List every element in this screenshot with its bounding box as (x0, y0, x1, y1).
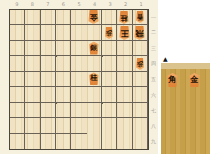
board-cell[interactable] (133, 118, 148, 133)
board-cell[interactable] (102, 72, 117, 87)
board-cell[interactable] (71, 87, 86, 102)
shogi-piece-gote[interactable]: 香 (135, 11, 145, 23)
board-cell[interactable] (25, 41, 40, 56)
rank-coordinate-labels: 一二三四五六七八九 (149, 9, 158, 149)
sente-indicator-icon: ▲ (163, 56, 168, 62)
board-cell[interactable] (25, 87, 40, 102)
rank-label: 九 (149, 133, 158, 149)
board-cell[interactable]: 香 (133, 10, 148, 25)
board-cell[interactable] (56, 87, 71, 102)
board-cell[interactable] (41, 118, 56, 133)
board-cell[interactable] (71, 56, 86, 71)
board-cell[interactable] (10, 87, 25, 102)
shogi-piece-gote[interactable]: 歩 (135, 58, 145, 70)
board-cell[interactable] (10, 10, 25, 25)
board-cell[interactable] (102, 103, 117, 118)
board-cell[interactable] (56, 56, 71, 71)
board-cell[interactable]: 銀 (87, 41, 102, 56)
board-cell[interactable] (102, 87, 117, 102)
shogi-board: 金桂香歩王飛銀歩桂 (9, 9, 149, 150)
board-cell[interactable] (87, 56, 102, 71)
board-cell[interactable]: 王 (117, 25, 132, 40)
board-cell[interactable] (71, 134, 86, 149)
board-cell[interactable] (71, 25, 86, 40)
board-cell[interactable] (25, 25, 40, 40)
hand-piece[interactable]: 角 (166, 73, 179, 87)
board-cell[interactable] (41, 10, 56, 25)
board-cell[interactable] (41, 25, 56, 40)
board-cell[interactable] (10, 103, 25, 118)
hand-piece[interactable]: 金 (188, 73, 201, 87)
shogi-piece-gote[interactable]: 桂 (118, 11, 130, 24)
board-cell[interactable] (56, 25, 71, 40)
board-cell[interactable] (133, 87, 148, 102)
board-cell[interactable] (133, 134, 148, 149)
board-cell[interactable]: 歩 (102, 25, 117, 40)
board-cell[interactable] (71, 72, 86, 87)
board-cell[interactable]: 桂 (117, 10, 132, 25)
board-cell[interactable] (25, 103, 40, 118)
board-cell[interactable] (102, 118, 117, 133)
board-cell[interactable] (41, 134, 56, 149)
file-label: 9 (9, 0, 25, 9)
board-cell[interactable] (10, 118, 25, 133)
board-cell[interactable] (41, 41, 56, 56)
board-panel: 987654321 一二三四五六七八九 金桂香歩王飛銀歩桂 (0, 0, 158, 154)
board-cell[interactable] (87, 25, 102, 40)
file-label: 8 (25, 0, 41, 9)
board-cell[interactable] (41, 103, 56, 118)
board-cell[interactable] (117, 134, 132, 149)
board-cell[interactable] (10, 56, 25, 71)
file-label: 3 (102, 0, 118, 9)
board-cell[interactable] (10, 72, 25, 87)
board-cell[interactable] (87, 134, 102, 149)
file-label: 2 (118, 0, 134, 9)
board-cell[interactable]: 桂 (87, 72, 102, 87)
board-cell[interactable] (102, 41, 117, 56)
shogi-piece-gote[interactable]: 王 (118, 26, 131, 40)
board-cell[interactable] (56, 41, 71, 56)
rank-label: 二 (149, 25, 158, 41)
board-cell[interactable] (56, 103, 71, 118)
board-cell[interactable]: 金 (87, 10, 102, 25)
board-cell[interactable] (87, 87, 102, 102)
rank-label: 五 (149, 71, 158, 87)
board-cell[interactable] (25, 134, 40, 149)
board-cell[interactable] (102, 134, 117, 149)
file-label: 1 (133, 0, 149, 9)
board-cell[interactable] (102, 56, 117, 71)
board-cell[interactable] (87, 103, 102, 118)
rank-label: 七 (149, 102, 158, 118)
board-cell[interactable] (117, 41, 132, 56)
shogi-piece-gote[interactable]: 金 (87, 10, 100, 24)
rank-label: 八 (149, 118, 158, 134)
file-label: 7 (40, 0, 56, 9)
board-cell[interactable] (133, 103, 148, 118)
board-cell[interactable] (25, 72, 40, 87)
rank-label: 三 (149, 40, 158, 56)
file-coordinate-labels: 987654321 (9, 0, 149, 9)
shogi-app: 987654321 一二三四五六七八九 金桂香歩王飛銀歩桂 ▲ 角金 (0, 0, 210, 154)
board-cell[interactable]: 歩 (133, 56, 148, 71)
shogi-piece-gote[interactable]: 歩 (104, 27, 114, 39)
board-cell[interactable] (71, 103, 86, 118)
board-cell[interactable] (71, 10, 86, 25)
board-cell[interactable] (117, 118, 132, 133)
board-cell[interactable] (102, 10, 117, 25)
board-cell[interactable] (25, 118, 40, 133)
rank-label: 六 (149, 87, 158, 103)
rank-label: 四 (149, 56, 158, 72)
board-cell[interactable] (117, 56, 132, 71)
board-cell[interactable] (10, 41, 25, 56)
board-cell[interactable] (87, 118, 102, 133)
board-cell[interactable] (41, 72, 56, 87)
board-cell[interactable] (117, 72, 132, 87)
board-cell[interactable] (25, 56, 40, 71)
board-cell[interactable] (10, 25, 25, 40)
board-cell[interactable] (10, 134, 25, 149)
board-cell[interactable] (41, 87, 56, 102)
sente-hand-panel: ▲ 角金 (161, 56, 210, 154)
board-cell[interactable] (71, 41, 86, 56)
board-cell[interactable] (117, 103, 132, 118)
komadai-tray: 角金 (161, 63, 210, 154)
board-cell[interactable] (133, 41, 148, 56)
board-cell[interactable] (56, 134, 71, 149)
board-cell[interactable] (56, 72, 71, 87)
shogi-piece-gote[interactable]: 飛 (133, 26, 146, 40)
board-cell[interactable] (56, 118, 71, 133)
shogi-piece-sente[interactable]: 桂 (88, 72, 100, 85)
board-cell[interactable] (25, 10, 40, 25)
board-cell[interactable] (56, 10, 71, 25)
board-cell[interactable] (41, 56, 56, 71)
board-cell[interactable] (71, 118, 86, 133)
board-cell[interactable] (117, 87, 132, 102)
sente-hand-pieces: 角金 (161, 69, 210, 87)
board-cell[interactable]: 飛 (133, 25, 148, 40)
shogi-piece-sente[interactable]: 銀 (88, 42, 100, 55)
rank-label: 一 (149, 9, 158, 25)
board-cell[interactable] (133, 72, 148, 87)
file-label: 5 (71, 0, 87, 9)
file-label: 6 (56, 0, 72, 9)
file-label: 4 (87, 0, 103, 9)
